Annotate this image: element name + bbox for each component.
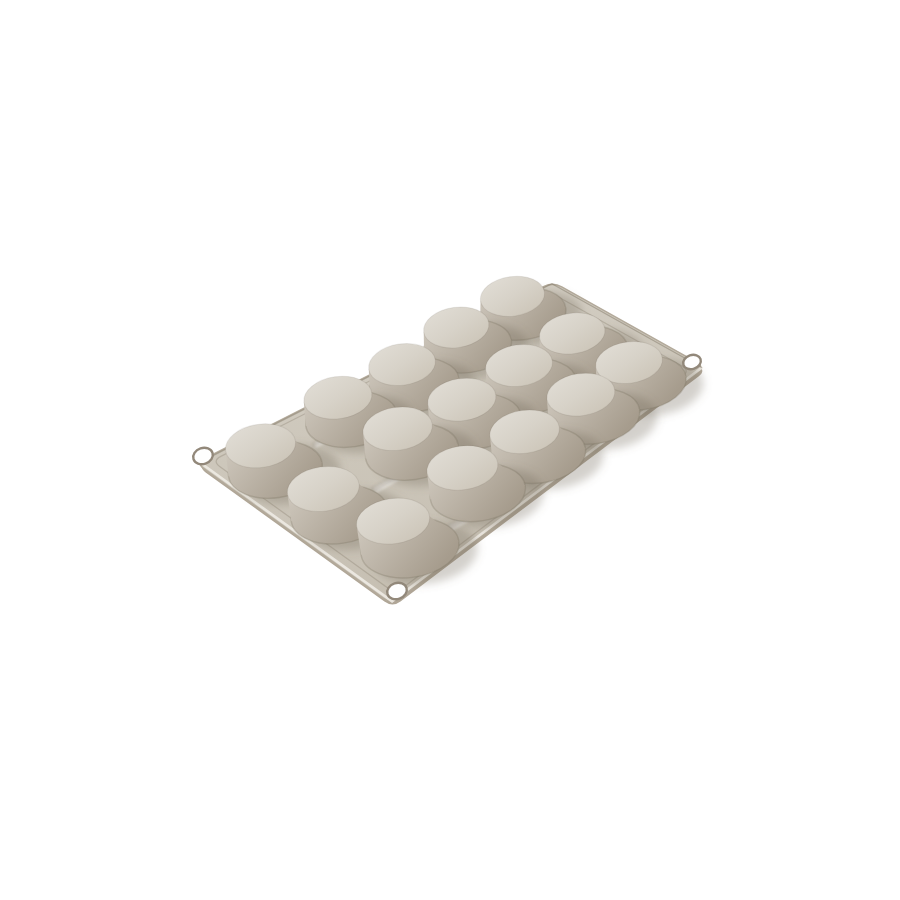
mold-photo-svg xyxy=(0,0,900,900)
product-photo xyxy=(0,0,900,900)
